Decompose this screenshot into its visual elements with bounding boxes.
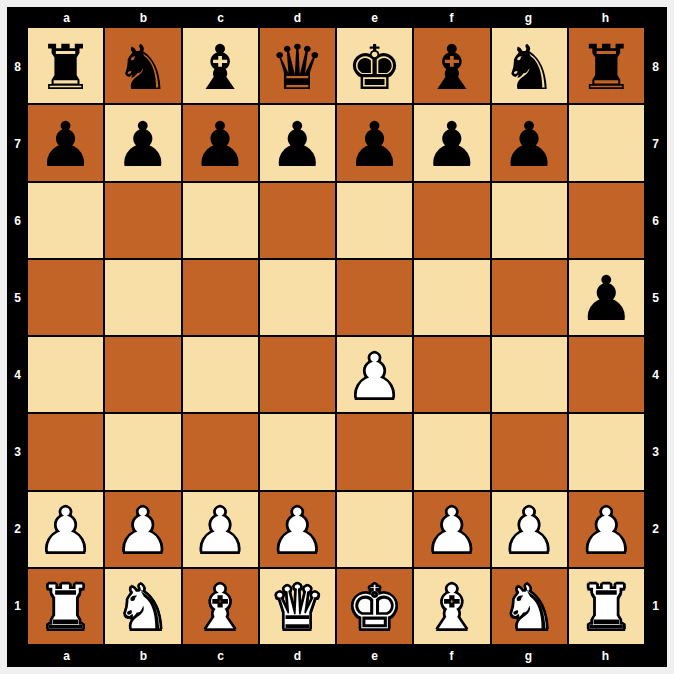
square-f4[interactable]: [414, 337, 489, 412]
square-e3[interactable]: [337, 414, 412, 489]
white-pawn-icon[interactable]: ♟: [192, 500, 248, 562]
square-g2[interactable]: ♟: [492, 492, 567, 567]
white-rook-icon[interactable]: ♜: [38, 577, 94, 639]
square-f8[interactable]: ♝: [414, 28, 489, 103]
square-g7[interactable]: ♟: [492, 105, 567, 180]
square-c7[interactable]: ♟: [183, 105, 258, 180]
white-pawn-icon[interactable]: ♟: [115, 500, 171, 562]
square-c5[interactable]: [183, 260, 258, 335]
square-f3[interactable]: [414, 414, 489, 489]
square-d3[interactable]: [260, 414, 335, 489]
rank-label-2: 2: [7, 490, 28, 567]
square-a6[interactable]: [28, 183, 103, 258]
square-d4[interactable]: [260, 337, 335, 412]
square-h1[interactable]: ♜: [569, 569, 644, 644]
file-label-c: c: [182, 644, 259, 667]
white-pawn-icon[interactable]: ♟: [424, 500, 480, 562]
black-rook-icon[interactable]: ♜: [579, 37, 635, 99]
white-pawn-icon[interactable]: ♟: [501, 500, 557, 562]
rank-label-4: 4: [644, 336, 667, 413]
square-g8[interactable]: ♞: [492, 28, 567, 103]
square-d1[interactable]: ♛: [260, 569, 335, 644]
file-label-b: b: [105, 644, 182, 667]
square-d5[interactable]: [260, 260, 335, 335]
square-g4[interactable]: [492, 337, 567, 412]
square-e7[interactable]: ♟: [337, 105, 412, 180]
square-b1[interactable]: ♞: [105, 569, 180, 644]
black-pawn-icon[interactable]: ♟: [192, 114, 248, 176]
square-d6[interactable]: [260, 183, 335, 258]
square-b4[interactable]: [105, 337, 180, 412]
square-d8[interactable]: ♛: [260, 28, 335, 103]
rank-label-6: 6: [7, 182, 28, 259]
file-label-d: d: [259, 7, 336, 28]
rank-label-7: 7: [7, 105, 28, 182]
square-c3[interactable]: [183, 414, 258, 489]
rank-label-2: 2: [644, 490, 667, 567]
file-label-g: g: [490, 7, 567, 28]
rank-label-3: 3: [644, 413, 667, 490]
square-g3[interactable]: [492, 414, 567, 489]
square-f2[interactable]: ♟: [414, 492, 489, 567]
file-label-a: a: [28, 7, 105, 28]
rank-label-3: 3: [7, 413, 28, 490]
rank-labels-right: 87654321: [644, 28, 667, 644]
square-h2[interactable]: ♟: [569, 492, 644, 567]
square-g6[interactable]: [492, 183, 567, 258]
file-label-h: h: [567, 7, 644, 28]
square-f5[interactable]: [414, 260, 489, 335]
rank-label-1: 1: [644, 567, 667, 644]
file-label-e: e: [336, 644, 413, 667]
square-c1[interactable]: ♝: [183, 569, 258, 644]
file-label-b: b: [105, 7, 182, 28]
rank-label-5: 5: [7, 259, 28, 336]
square-e4[interactable]: ♟: [337, 337, 412, 412]
square-c2[interactable]: ♟: [183, 492, 258, 567]
square-b2[interactable]: ♟: [105, 492, 180, 567]
rank-label-8: 8: [7, 28, 28, 105]
square-a3[interactable]: [28, 414, 103, 489]
white-pawn-icon[interactable]: ♟: [270, 500, 326, 562]
rank-label-5: 5: [644, 259, 667, 336]
rank-label-8: 8: [644, 28, 667, 105]
black-rook-icon[interactable]: ♜: [38, 37, 94, 99]
file-labels-top: abcdefgh: [28, 7, 644, 28]
frame-corner-top-left: [7, 7, 28, 28]
white-knight-icon[interactable]: ♞: [115, 577, 171, 639]
file-label-e: e: [336, 7, 413, 28]
black-pawn-icon[interactable]: ♟: [115, 114, 171, 176]
file-label-a: a: [28, 644, 105, 667]
white-rook-icon[interactable]: ♜: [579, 577, 635, 639]
square-a7[interactable]: ♟: [28, 105, 103, 180]
board: ♜♞♝♛♚♝♞♜♟♟♟♟♟♟♟♟♟♟♟♟♟♟♟♟♜♞♝♛♚♝♞♜: [28, 28, 644, 644]
square-a8[interactable]: ♜: [28, 28, 103, 103]
square-d2[interactable]: ♟: [260, 492, 335, 567]
square-h7[interactable]: [569, 105, 644, 180]
square-h8[interactable]: ♜: [569, 28, 644, 103]
black-pawn-icon[interactable]: ♟: [424, 114, 480, 176]
black-bishop-icon[interactable]: ♝: [192, 37, 248, 99]
square-h4[interactable]: [569, 337, 644, 412]
rank-label-6: 6: [644, 182, 667, 259]
black-pawn-icon[interactable]: ♟: [347, 114, 403, 176]
square-e1[interactable]: ♚: [337, 569, 412, 644]
square-f6[interactable]: [414, 183, 489, 258]
black-knight-icon[interactable]: ♞: [115, 37, 171, 99]
frame-corner-bottom-left: [7, 644, 28, 667]
rank-label-4: 4: [7, 336, 28, 413]
white-pawn-icon[interactable]: ♟: [38, 500, 94, 562]
frame-corner-bottom-right: [644, 644, 667, 667]
black-pawn-icon[interactable]: ♟: [270, 114, 326, 176]
file-labels-bottom: abcdefgh: [28, 644, 644, 667]
square-b6[interactable]: [105, 183, 180, 258]
square-g5[interactable]: [492, 260, 567, 335]
rank-label-7: 7: [644, 105, 667, 182]
black-pawn-icon[interactable]: ♟: [501, 114, 557, 176]
rank-label-1: 1: [7, 567, 28, 644]
square-f7[interactable]: ♟: [414, 105, 489, 180]
square-c4[interactable]: [183, 337, 258, 412]
square-h3[interactable]: [569, 414, 644, 489]
square-b8[interactable]: ♞: [105, 28, 180, 103]
white-bishop-icon[interactable]: ♝: [424, 577, 480, 639]
file-label-c: c: [182, 7, 259, 28]
white-pawn-icon[interactable]: ♟: [579, 500, 635, 562]
square-h5[interactable]: ♟: [569, 260, 644, 335]
square-c8[interactable]: ♝: [183, 28, 258, 103]
black-knight-icon[interactable]: ♞: [501, 37, 557, 99]
square-e2[interactable]: [337, 492, 412, 567]
file-label-h: h: [567, 644, 644, 667]
square-e8[interactable]: ♚: [337, 28, 412, 103]
square-h6[interactable]: [569, 183, 644, 258]
white-knight-icon[interactable]: ♞: [501, 577, 557, 639]
square-d7[interactable]: ♟: [260, 105, 335, 180]
square-b3[interactable]: [105, 414, 180, 489]
square-b7[interactable]: ♟: [105, 105, 180, 180]
chessboard-frame: abcdefgh 87654321 ♜♞♝♛♚♝♞♜♟♟♟♟♟♟♟♟♟♟♟♟♟♟…: [7, 7, 667, 667]
white-queen-icon[interactable]: ♛: [270, 577, 326, 639]
black-bishop-icon[interactable]: ♝: [424, 37, 480, 99]
black-queen-icon[interactable]: ♛: [270, 37, 326, 99]
rank-labels-left: 87654321: [7, 28, 28, 644]
square-b5[interactable]: [105, 260, 180, 335]
square-e6[interactable]: [337, 183, 412, 258]
white-bishop-icon[interactable]: ♝: [192, 577, 248, 639]
black-pawn-icon[interactable]: ♟: [579, 268, 635, 330]
square-f1[interactable]: ♝: [414, 569, 489, 644]
square-e5[interactable]: [337, 260, 412, 335]
white-pawn-icon[interactable]: ♟: [347, 346, 403, 408]
file-label-g: g: [490, 644, 567, 667]
square-a5[interactable]: [28, 260, 103, 335]
white-king-icon[interactable]: ♚: [347, 577, 403, 639]
file-label-d: d: [259, 644, 336, 667]
square-a1[interactable]: ♜: [28, 569, 103, 644]
file-label-f: f: [413, 7, 490, 28]
black-pawn-icon[interactable]: ♟: [38, 114, 94, 176]
square-a2[interactable]: ♟: [28, 492, 103, 567]
square-g1[interactable]: ♞: [492, 569, 567, 644]
black-king-icon[interactable]: ♚: [347, 37, 403, 99]
file-label-f: f: [413, 644, 490, 667]
square-c6[interactable]: [183, 183, 258, 258]
frame-corner-top-right: [644, 7, 667, 28]
square-a4[interactable]: [28, 337, 103, 412]
